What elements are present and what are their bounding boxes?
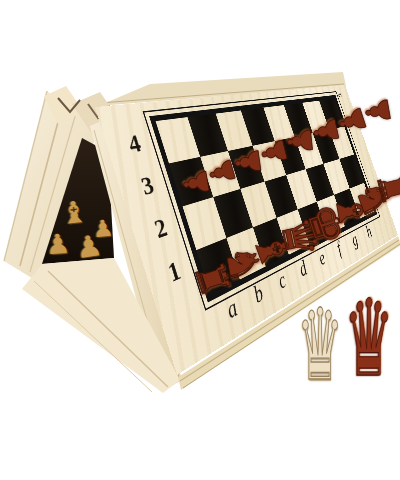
chess-set-product-photo: ♝♟♟♟ 4321abcdefgh56 ♟♟♟♟♟♟♟♟♜♞♝♛♚♝♞♜ ♛♛ xyxy=(0,0,400,480)
dark-rook-lying: ♜ xyxy=(370,166,400,210)
dark-pawn-lying: ♟ xyxy=(360,94,396,128)
light-queen-standing: ♛ xyxy=(297,295,343,394)
dark-pieces-lying: ♟♟♟♟♟♟♟♟♜♞♝♛♚♝♞♜ xyxy=(0,0,400,480)
dark-queen-standing: ♛ xyxy=(344,286,393,392)
